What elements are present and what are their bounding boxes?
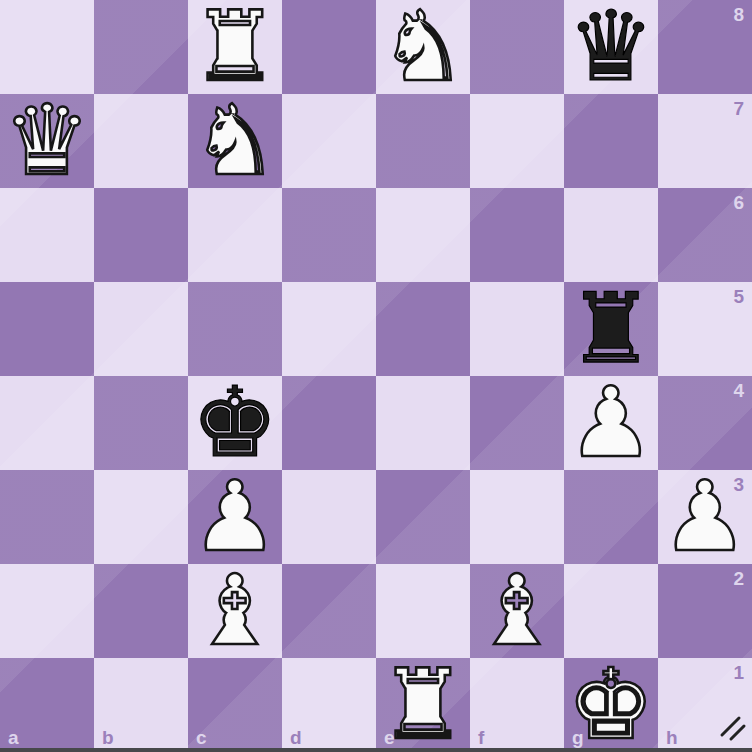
white-knight[interactable]: ♞ <box>376 0 470 94</box>
white-queen[interactable]: ♛ <box>0 94 94 188</box>
file-label-c: c <box>196 727 207 749</box>
square-b2[interactable] <box>94 564 188 658</box>
rank-label-5: 5 <box>733 286 744 308</box>
white-bishop-icon: ♝ <box>470 564 564 658</box>
square-f8[interactable] <box>470 0 564 94</box>
square-h6[interactable]: 6 <box>658 188 752 282</box>
black-king-icon: ♚ <box>188 376 282 470</box>
file-label-b: b <box>102 727 114 749</box>
square-h8[interactable]: 8 <box>658 0 752 94</box>
chess-board: ♜♞♛8♛♞76♜5♚♟4♟♟3♝♝2abcd♜ef♚gh1 <box>0 0 752 752</box>
white-knight[interactable]: ♞ <box>188 94 282 188</box>
white-pawn[interactable]: ♟ <box>564 376 658 470</box>
white-rook-icon: ♜ <box>376 658 470 752</box>
square-c5[interactable] <box>188 282 282 376</box>
square-c2[interactable]: ♝ <box>188 564 282 658</box>
square-e7[interactable] <box>376 94 470 188</box>
square-b7[interactable] <box>94 94 188 188</box>
square-a2[interactable] <box>0 564 94 658</box>
square-d4[interactable] <box>282 376 376 470</box>
square-d5[interactable] <box>282 282 376 376</box>
black-rook-icon: ♜ <box>564 282 658 376</box>
white-knight-icon: ♞ <box>376 0 470 94</box>
white-pawn[interactable]: ♟ <box>188 470 282 564</box>
square-e8[interactable]: ♞ <box>376 0 470 94</box>
square-a1[interactable]: a <box>0 658 94 752</box>
rank-label-8: 8 <box>733 4 744 26</box>
white-bishop[interactable]: ♝ <box>188 564 282 658</box>
resize-handle-icon[interactable] <box>715 711 749 745</box>
square-c4[interactable]: ♚ <box>188 376 282 470</box>
square-e3[interactable] <box>376 470 470 564</box>
chess-board-page: ♜♞♛8♛♞76♜5♚♟4♟♟3♝♝2abcd♜ef♚gh1 <box>0 0 752 752</box>
square-g8[interactable]: ♛ <box>564 0 658 94</box>
square-e6[interactable] <box>376 188 470 282</box>
square-g4[interactable]: ♟ <box>564 376 658 470</box>
white-king-icon: ♚ <box>564 658 658 752</box>
square-g3[interactable] <box>564 470 658 564</box>
square-b8[interactable] <box>94 0 188 94</box>
square-d1[interactable]: d <box>282 658 376 752</box>
rank-label-4: 4 <box>733 380 744 402</box>
white-pawn-icon: ♟ <box>658 470 752 564</box>
file-label-h: h <box>666 727 678 749</box>
square-d8[interactable] <box>282 0 376 94</box>
white-king[interactable]: ♚ <box>564 658 658 752</box>
square-g2[interactable] <box>564 564 658 658</box>
square-f4[interactable] <box>470 376 564 470</box>
square-f3[interactable] <box>470 470 564 564</box>
square-f5[interactable] <box>470 282 564 376</box>
white-pawn-icon: ♟ <box>564 376 658 470</box>
square-h2[interactable]: 2 <box>658 564 752 658</box>
square-d6[interactable] <box>282 188 376 282</box>
white-rook[interactable]: ♜ <box>376 658 470 752</box>
square-a4[interactable] <box>0 376 94 470</box>
square-a5[interactable] <box>0 282 94 376</box>
white-bishop-icon: ♝ <box>188 564 282 658</box>
white-rook[interactable]: ♜ <box>188 0 282 94</box>
black-queen-icon: ♛ <box>564 0 658 94</box>
square-b6[interactable] <box>94 188 188 282</box>
square-f2[interactable]: ♝ <box>470 564 564 658</box>
black-king[interactable]: ♚ <box>188 376 282 470</box>
square-c7[interactable]: ♞ <box>188 94 282 188</box>
square-g7[interactable] <box>564 94 658 188</box>
white-pawn-icon: ♟ <box>188 470 282 564</box>
square-h7[interactable]: 7 <box>658 94 752 188</box>
white-knight-icon: ♞ <box>188 94 282 188</box>
square-a3[interactable] <box>0 470 94 564</box>
file-label-d: d <box>290 727 302 749</box>
white-queen-icon: ♛ <box>0 94 94 188</box>
white-bishop[interactable]: ♝ <box>470 564 564 658</box>
square-f6[interactable] <box>470 188 564 282</box>
square-f1[interactable]: f <box>470 658 564 752</box>
square-b5[interactable] <box>94 282 188 376</box>
square-h4[interactable]: 4 <box>658 376 752 470</box>
square-h3[interactable]: ♟3 <box>658 470 752 564</box>
white-rook-icon: ♜ <box>188 0 282 94</box>
square-d3[interactable] <box>282 470 376 564</box>
file-label-a: a <box>8 727 19 749</box>
square-b3[interactable] <box>94 470 188 564</box>
square-h5[interactable]: 5 <box>658 282 752 376</box>
square-a7[interactable]: ♛ <box>0 94 94 188</box>
rank-label-6: 6 <box>733 192 744 214</box>
black-rook[interactable]: ♜ <box>564 282 658 376</box>
white-pawn[interactable]: ♟ <box>658 470 752 564</box>
rank-label-1: 1 <box>733 662 744 684</box>
square-e2[interactable] <box>376 564 470 658</box>
rank-label-7: 7 <box>733 98 744 120</box>
square-c1[interactable]: c <box>188 658 282 752</box>
square-g5[interactable]: ♜ <box>564 282 658 376</box>
square-a8[interactable] <box>0 0 94 94</box>
square-e1[interactable]: ♜e <box>376 658 470 752</box>
square-b4[interactable] <box>94 376 188 470</box>
square-e4[interactable] <box>376 376 470 470</box>
square-d7[interactable] <box>282 94 376 188</box>
square-g1[interactable]: ♚g <box>564 658 658 752</box>
square-g6[interactable] <box>564 188 658 282</box>
square-b1[interactable]: b <box>94 658 188 752</box>
square-c8[interactable]: ♜ <box>188 0 282 94</box>
black-queen[interactable]: ♛ <box>564 0 658 94</box>
square-c3[interactable]: ♟ <box>188 470 282 564</box>
file-label-f: f <box>478 727 484 749</box>
square-c6[interactable] <box>188 188 282 282</box>
square-d2[interactable] <box>282 564 376 658</box>
square-a6[interactable] <box>0 188 94 282</box>
square-e5[interactable] <box>376 282 470 376</box>
bottom-border-bar <box>0 748 752 752</box>
square-f7[interactable] <box>470 94 564 188</box>
